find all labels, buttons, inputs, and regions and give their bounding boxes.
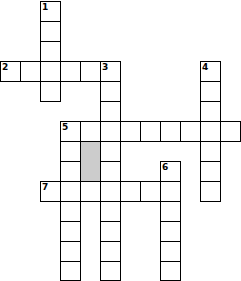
cell-c2-r0[interactable]: 1 [40, 1, 61, 22]
cell-c5-r12[interactable] [100, 241, 121, 262]
cell-c4-r6[interactable] [80, 121, 101, 142]
cell-c3-r3[interactable] [60, 61, 81, 82]
blocked-cell-c4-r7 [80, 141, 101, 182]
clue-number-2: 2 [2, 62, 8, 72]
clue-number-3: 3 [102, 62, 108, 72]
cell-c5-r6[interactable] [100, 121, 121, 142]
clue-number-7: 7 [42, 182, 48, 192]
cell-c7-r9[interactable] [140, 181, 161, 202]
cell-c8-r8[interactable]: 6 [160, 161, 181, 182]
cell-c11-r6[interactable] [220, 121, 241, 142]
crossword-board: 1234567 [0, 0, 241, 281]
cell-c10-r8[interactable] [200, 161, 221, 182]
cell-c8-r6[interactable] [160, 121, 181, 142]
cell-c8-r11[interactable] [160, 221, 181, 242]
cell-c5-r8[interactable] [100, 161, 121, 182]
cell-c8-r12[interactable] [160, 241, 181, 262]
cell-c5-r3[interactable]: 3 [100, 61, 121, 82]
cell-c10-r9[interactable] [200, 181, 221, 202]
cell-c6-r6[interactable] [120, 121, 141, 142]
cell-c3-r12[interactable] [60, 241, 81, 262]
cell-c3-r10[interactable] [60, 201, 81, 222]
cell-c5-r7[interactable] [100, 141, 121, 162]
cell-c2-r2[interactable] [40, 41, 61, 62]
cell-c3-r7[interactable] [60, 141, 81, 162]
cell-c8-r10[interactable] [160, 201, 181, 222]
cell-c10-r6[interactable] [200, 121, 221, 142]
cell-c2-r9[interactable]: 7 [40, 181, 61, 202]
cell-c10-r7[interactable] [200, 141, 221, 162]
cell-c4-r9[interactable] [80, 181, 101, 202]
cell-c0-r3[interactable]: 2 [0, 61, 21, 82]
cell-c3-r11[interactable] [60, 221, 81, 242]
cell-c5-r13[interactable] [100, 261, 121, 281]
cell-c5-r9[interactable] [100, 181, 121, 202]
cell-c1-r3[interactable] [20, 61, 41, 82]
cell-c10-r4[interactable] [200, 81, 221, 102]
cell-c8-r9[interactable] [160, 181, 181, 202]
cell-c5-r10[interactable] [100, 201, 121, 222]
cell-c3-r8[interactable] [60, 161, 81, 182]
cell-c2-r1[interactable] [40, 21, 61, 42]
cell-c4-r3[interactable] [80, 61, 101, 82]
cell-c8-r13[interactable] [160, 261, 181, 281]
cell-c2-r4[interactable] [40, 81, 61, 102]
cell-c5-r5[interactable] [100, 101, 121, 122]
clue-number-6: 6 [162, 162, 168, 172]
clue-number-1: 1 [42, 2, 48, 12]
cell-c10-r5[interactable] [200, 101, 221, 122]
cell-c7-r6[interactable] [140, 121, 161, 142]
cell-c3-r13[interactable] [60, 261, 81, 281]
cell-c9-r6[interactable] [180, 121, 201, 142]
cell-c2-r3[interactable] [40, 61, 61, 82]
cell-c10-r3[interactable]: 4 [200, 61, 221, 82]
cell-c3-r6[interactable]: 5 [60, 121, 81, 142]
cell-c6-r9[interactable] [120, 181, 141, 202]
cell-c5-r4[interactable] [100, 81, 121, 102]
clue-number-5: 5 [62, 122, 68, 132]
cell-c3-r9[interactable] [60, 181, 81, 202]
clue-number-4: 4 [202, 62, 208, 72]
cell-c5-r11[interactable] [100, 221, 121, 242]
